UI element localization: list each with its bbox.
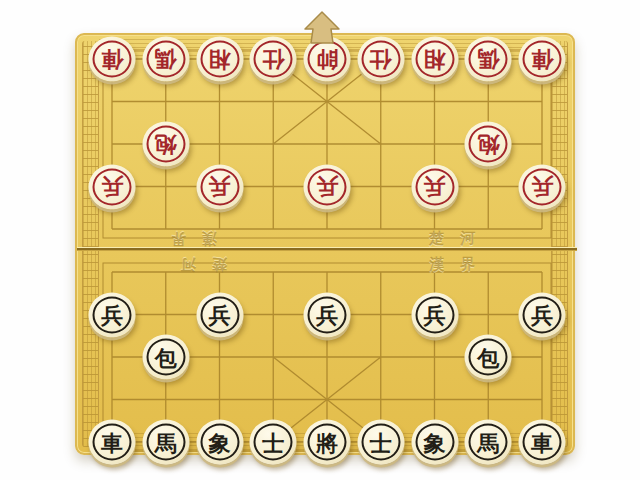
piece-black-cannon[interactable]: 包 [142,335,189,380]
piece-ring: 士 [361,424,400,461]
piece-character: 包 [477,346,499,368]
piece-character: 兵 [531,304,553,326]
fold-seam [77,247,577,251]
piece-ring: 車 [93,424,132,461]
piece-ring: 兵 [93,296,132,333]
piece-black-elephant[interactable]: 象 [411,420,458,465]
piece-red-soldier[interactable]: 兵 [304,164,351,209]
piece-ring: 俥 [523,41,562,78]
xiangqi-board: 漢界 楚河 楚河 漢界 俥傌相仕帥仕相傌俥炮炮兵兵兵兵兵兵兵兵兵兵包包車馬象士將… [75,33,575,455]
piece-red-cannon[interactable]: 炮 [465,122,512,167]
piece-black-general[interactable]: 將 [304,420,351,465]
piece-black-chariot[interactable]: 車 [519,420,566,465]
piece-character: 兵 [424,176,446,198]
river-label-left-top: 漢界 [155,231,217,246]
piece-ring: 相 [200,41,239,78]
piece-character: 相 [209,48,231,70]
piece-character: 傌 [155,48,177,70]
piece-character: 將 [316,431,338,453]
piece-red-chariot[interactable]: 俥 [89,37,136,82]
piece-red-elephant[interactable]: 相 [411,37,458,82]
piece-black-advisor[interactable]: 士 [250,420,297,465]
piece-character: 仕 [262,48,284,70]
piece-ring: 車 [523,424,562,461]
piece-character: 帥 [316,48,338,70]
piece-character: 兵 [101,176,123,198]
piece-ring: 馬 [469,424,508,461]
piece-ring: 象 [200,424,239,461]
piece-black-soldier[interactable]: 兵 [89,292,136,337]
piece-ring: 傌 [146,41,185,78]
piece-character: 俥 [101,48,123,70]
piece-ring: 兵 [523,296,562,333]
piece-character: 傌 [477,48,499,70]
piece-ring: 兵 [308,168,347,205]
piece-character: 炮 [155,133,177,155]
piece-ring: 兵 [415,296,454,333]
piece-red-horse[interactable]: 傌 [142,37,189,82]
piece-red-soldier[interactable]: 兵 [89,164,136,209]
piece-red-soldier[interactable]: 兵 [411,164,458,209]
piece-black-chariot[interactable]: 車 [89,420,136,465]
piece-ring: 兵 [200,296,239,333]
piece-character: 士 [262,431,284,453]
river-label-right-top: 楚河 [429,231,491,246]
piece-ring: 包 [469,339,508,376]
piece-ring: 兵 [200,168,239,205]
piece-red-advisor[interactable]: 仕 [250,37,297,82]
piece-red-elephant[interactable]: 相 [196,37,243,82]
piece-character: 象 [424,431,446,453]
piece-ring: 帥 [308,41,347,78]
piece-black-elephant[interactable]: 象 [196,420,243,465]
piece-ring: 士 [254,424,293,461]
piece-character: 兵 [316,304,338,326]
piece-red-horse[interactable]: 傌 [465,37,512,82]
piece-red-advisor[interactable]: 仕 [357,37,404,82]
piece-black-soldier[interactable]: 兵 [519,292,566,337]
piece-ring: 象 [415,424,454,461]
clasp-arrow-icon [300,10,344,44]
piece-ring: 兵 [93,168,132,205]
piece-ring: 炮 [469,126,508,163]
river-label-left-bottom: 楚河 [165,257,227,272]
piece-character: 相 [424,48,446,70]
river-label-right-bottom: 漢界 [429,257,491,272]
piece-character: 士 [370,431,392,453]
board-grid [77,35,577,457]
piece-character: 象 [209,431,231,453]
piece-character: 兵 [531,176,553,198]
piece-red-soldier[interactable]: 兵 [519,164,566,209]
piece-red-chariot[interactable]: 俥 [519,37,566,82]
piece-black-soldier[interactable]: 兵 [411,292,458,337]
piece-ring: 兵 [415,168,454,205]
piece-character: 仕 [370,48,392,70]
piece-ring: 傌 [469,41,508,78]
piece-black-advisor[interactable]: 士 [357,420,404,465]
piece-black-soldier[interactable]: 兵 [196,292,243,337]
piece-character: 兵 [424,304,446,326]
piece-character: 車 [531,431,553,453]
piece-character: 馬 [477,431,499,453]
piece-black-horse[interactable]: 馬 [465,420,512,465]
piece-character: 兵 [101,304,123,326]
piece-character: 馬 [155,431,177,453]
piece-ring: 俥 [93,41,132,78]
piece-black-soldier[interactable]: 兵 [304,292,351,337]
piece-ring: 仕 [361,41,400,78]
piece-character: 車 [101,431,123,453]
piece-character: 兵 [209,304,231,326]
piece-character: 兵 [209,176,231,198]
piece-ring: 兵 [308,296,347,333]
piece-ring: 相 [415,41,454,78]
piece-ring: 仕 [254,41,293,78]
piece-black-cannon[interactable]: 包 [465,335,512,380]
piece-black-horse[interactable]: 馬 [142,420,189,465]
piece-red-soldier[interactable]: 兵 [196,164,243,209]
piece-ring: 包 [146,339,185,376]
piece-ring: 兵 [523,168,562,205]
piece-ring: 將 [308,424,347,461]
product-photo-canvas: 漢界 楚河 楚河 漢界 俥傌相仕帥仕相傌俥炮炮兵兵兵兵兵兵兵兵兵兵包包車馬象士將… [0,0,640,480]
piece-character: 俥 [531,48,553,70]
piece-ring: 炮 [146,126,185,163]
piece-character: 炮 [477,133,499,155]
piece-ring: 馬 [146,424,185,461]
piece-character: 包 [155,346,177,368]
piece-red-cannon[interactable]: 炮 [142,122,189,167]
piece-character: 兵 [316,176,338,198]
